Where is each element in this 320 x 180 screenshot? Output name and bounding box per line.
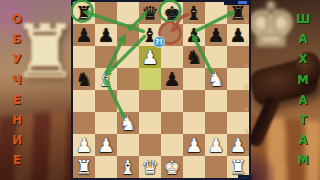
square-f8[interactable]: ♝ [183, 2, 205, 24]
square-g5[interactable]: ♞ [205, 68, 227, 90]
square-e8[interactable]: ♚ [161, 2, 183, 24]
square-h7[interactable]: ♟7 [227, 24, 249, 46]
title-letter: Н [12, 115, 22, 127]
title-letter: Ч [12, 75, 21, 87]
square-b3[interactable] [95, 112, 117, 134]
square-b1[interactable] [95, 156, 117, 178]
piece-white-bishop: ♝ [95, 68, 117, 90]
square-e6[interactable] [161, 46, 183, 68]
piece-white-king: ♚ [161, 156, 183, 178]
title-letter: А [299, 135, 308, 147]
piece-black-king: ♚ [161, 2, 183, 24]
piece-white-pawn: ♟ [205, 134, 227, 156]
piece-white-queen: ♛ [139, 156, 161, 178]
square-b5[interactable]: ♝ [95, 68, 117, 90]
chess-board-frame: ♜♛♚♝♜8♟♟♝♟♟♟7♟♞6♞♝♟♞54♞3♟♟♟♟♟2♜♝♛♚♜1 ?! [71, 0, 251, 180]
square-e5[interactable]: ♟ [161, 68, 183, 90]
watermark-top-right [224, 0, 249, 5]
title-letter: О [12, 14, 22, 26]
square-d1[interactable]: ♛ [139, 156, 161, 178]
piece-black-pawn: ♟ [227, 24, 249, 46]
square-f6[interactable]: ♞ [183, 46, 205, 68]
title-letter: И [12, 135, 22, 147]
title-letter: Е [13, 95, 21, 107]
square-e3[interactable] [161, 112, 183, 134]
square-g3[interactable] [205, 112, 227, 134]
piece-black-rook: ♜ [227, 2, 249, 24]
title-letter: Т [299, 115, 307, 127]
watermark-bottom-right: ···· [238, 175, 252, 180]
square-c7[interactable] [117, 24, 139, 46]
square-a4[interactable] [73, 90, 95, 112]
square-d8[interactable]: ♛ [139, 2, 161, 24]
square-f4[interactable] [183, 90, 205, 112]
square-a8[interactable]: ♜ [73, 2, 95, 24]
right-vertical-title: ШАХМАТАМ [295, 14, 311, 167]
piece-white-rook: ♜ [73, 156, 95, 178]
title-letter: Е [13, 155, 21, 167]
title-letter: Б [13, 34, 22, 46]
piece-white-pawn: ♟ [183, 134, 205, 156]
piece-black-bishop: ♝ [183, 2, 205, 24]
square-b8[interactable] [95, 2, 117, 24]
square-c3[interactable]: ♞ [117, 112, 139, 134]
chess-board: ♜♛♚♝♜8♟♟♝♟♟♟7♟♞6♞♝♟♞54♞3♟♟♟♟♟2♜♝♛♚♜1 [73, 2, 249, 178]
piece-black-pawn: ♟ [95, 24, 117, 46]
square-g7[interactable]: ♟ [205, 24, 227, 46]
title-letter: М [297, 75, 308, 87]
square-b2[interactable]: ♟ [95, 134, 117, 156]
square-d6[interactable]: ♟ [139, 46, 161, 68]
square-a7[interactable]: ♟ [73, 24, 95, 46]
title-letter: А [299, 34, 308, 46]
piece-white-pawn: ♟ [73, 134, 95, 156]
square-b4[interactable] [95, 90, 117, 112]
thumbnail-scene: ♜ ♚ ОБУЧЕНИЕ ШАХМАТАМ ♜♛♚♝♜8♟♟♝♟♟♟7♟♞6♞♝… [0, 0, 320, 180]
white-king-photo-icon: ♚ [249, 0, 299, 56]
square-g8[interactable] [205, 2, 227, 24]
piece-black-rook: ♜ [73, 2, 95, 24]
title-letter: Х [299, 54, 308, 66]
square-c6[interactable] [117, 46, 139, 68]
piece-white-bishop: ♝ [117, 156, 139, 178]
piece-white-knight: ♞ [205, 68, 227, 90]
piece-black-pawn: ♟ [73, 24, 95, 46]
square-b7[interactable]: ♟ [95, 24, 117, 46]
title-letter: Ш [296, 14, 310, 26]
square-f7[interactable]: ♟ [183, 24, 205, 46]
square-f5[interactable] [183, 68, 205, 90]
square-f2[interactable]: ♟ [183, 134, 205, 156]
square-h4[interactable]: 4 [227, 90, 249, 112]
left-vertical-title: ОБУЧЕНИЕ [10, 14, 24, 167]
square-h2[interactable]: ♟2 [227, 134, 249, 156]
square-g1[interactable] [205, 156, 227, 178]
piece-black-knight: ♞ [183, 46, 205, 68]
square-h3[interactable]: 3 [227, 112, 249, 134]
square-c1[interactable]: ♝ [117, 156, 139, 178]
square-d5[interactable] [139, 68, 161, 90]
piece-black-pawn: ♟ [205, 24, 227, 46]
square-f3[interactable] [183, 112, 205, 134]
piece-black-knight: ♞ [73, 68, 95, 90]
title-letter: М [297, 155, 308, 167]
square-a6[interactable] [73, 46, 95, 68]
square-g2[interactable]: ♟ [205, 134, 227, 156]
piece-white-pawn: ♟ [95, 134, 117, 156]
square-a1[interactable]: ♜ [73, 156, 95, 178]
watermark-logo-icon [238, 1, 247, 4]
square-d7[interactable]: ♝ [139, 24, 161, 46]
square-e2[interactable] [161, 134, 183, 156]
square-b6[interactable] [95, 46, 117, 68]
square-h5[interactable]: 5 [227, 68, 249, 90]
square-e1[interactable]: ♚ [161, 156, 183, 178]
square-c5[interactable] [117, 68, 139, 90]
square-a2[interactable]: ♟ [73, 134, 95, 156]
piece-white-pawn: ♟ [139, 46, 161, 68]
square-a5[interactable]: ♞ [73, 68, 95, 90]
piece-black-bishop: ♝ [139, 24, 161, 46]
square-c4[interactable] [117, 90, 139, 112]
square-d3[interactable] [139, 112, 161, 134]
square-g6[interactable] [205, 46, 227, 68]
piece-black-pawn: ♟ [183, 24, 205, 46]
square-c8[interactable] [117, 2, 139, 24]
square-c2[interactable] [117, 134, 139, 156]
piece-black-pawn: ♟ [161, 68, 183, 90]
square-e7[interactable] [161, 24, 183, 46]
square-a3[interactable] [73, 112, 95, 134]
piece-black-queen: ♛ [139, 2, 161, 24]
piece-white-knight: ♞ [117, 112, 139, 134]
title-letter: У [13, 54, 22, 66]
piece-white-pawn: ♟ [227, 134, 249, 156]
square-h8[interactable]: ♜8 [227, 2, 249, 24]
square-d4[interactable] [139, 90, 161, 112]
square-e4[interactable] [161, 90, 183, 112]
corner-shadow [249, 146, 275, 180]
square-g4[interactable] [205, 90, 227, 112]
title-letter: А [299, 95, 308, 107]
square-d2[interactable] [139, 134, 161, 156]
square-f1[interactable] [183, 156, 205, 178]
square-h6[interactable]: 6 [227, 46, 249, 68]
